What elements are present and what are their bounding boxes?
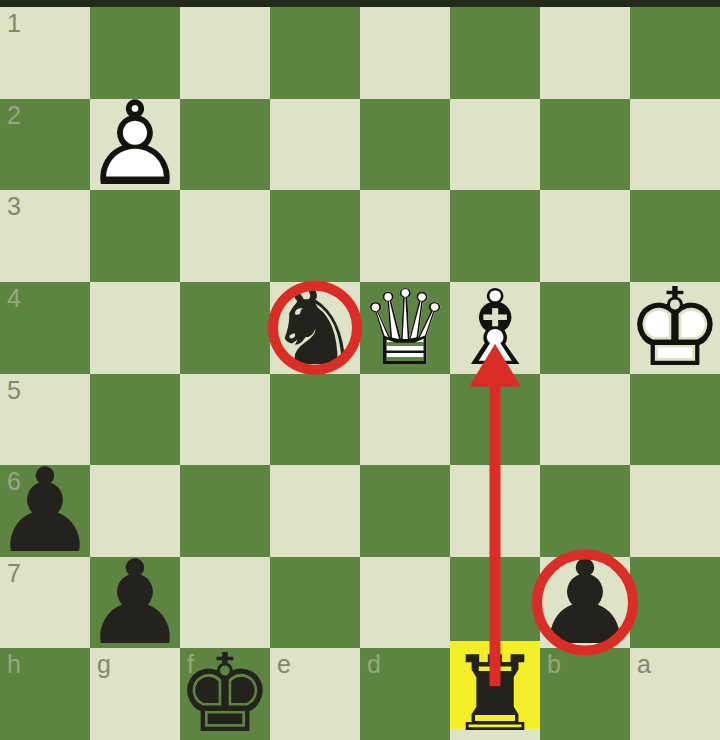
square-g2[interactable]: ♟♙ [90,99,180,191]
square-e6[interactable] [270,465,360,557]
square-c2[interactable] [450,99,540,191]
square-h4[interactable]: 4 [0,282,90,374]
square-b5[interactable] [540,374,630,466]
square-b3[interactable] [540,190,630,282]
square-d6[interactable] [360,465,450,557]
white-queen[interactable]: ♛♕ [360,282,450,374]
square-e7[interactable] [270,557,360,649]
square-a4[interactable]: ♚♔ [630,282,720,374]
square-h1[interactable]: 1 [0,7,90,99]
square-f2[interactable] [180,99,270,191]
black-king-glyph: ♚ [177,640,274,740]
file-label-d: d [367,651,381,679]
white-king[interactable]: ♚♔ [630,282,720,374]
chess-board: 12♟♙34♞♛♕♝♗♚♔56♟7♟♟hgf♚edc♜ba [0,7,720,740]
file-label-h: h [7,651,21,679]
black-knight[interactable]: ♞ [270,282,360,374]
square-g5[interactable] [90,374,180,466]
screen-edge-bar [0,0,720,7]
square-b4[interactable] [540,282,630,374]
black-pawn[interactable]: ♟ [0,465,90,557]
white-queen-outline: ♕ [358,276,451,380]
rank-label-3: 3 [7,193,21,221]
square-d1[interactable] [360,7,450,99]
square-d7[interactable] [360,557,450,649]
square-f6[interactable] [180,465,270,557]
square-a7[interactable] [630,557,720,649]
square-f8[interactable]: f♚ [180,648,270,740]
square-e8[interactable]: e [270,648,360,740]
square-g7[interactable]: ♟ [90,557,180,649]
rank-label-2: 2 [7,102,21,130]
black-pawn[interactable]: ♟ [90,557,180,649]
square-a6[interactable] [630,465,720,557]
chess-app-screen: 12♟♙34♞♛♕♝♗♚♔56♟7♟♟hgf♚edc♜ba [0,0,720,740]
square-a8[interactable]: a [630,648,720,740]
square-h6[interactable]: 6♟ [0,465,90,557]
square-e2[interactable] [270,99,360,191]
square-c6[interactable] [450,465,540,557]
square-a1[interactable] [630,7,720,99]
black-king[interactable]: ♚ [180,648,270,740]
square-e4[interactable]: ♞ [270,282,360,374]
white-bishop[interactable]: ♝♗ [450,282,540,374]
square-b1[interactable] [540,7,630,99]
rank-label-4: 4 [7,285,21,313]
square-h8[interactable]: h [0,648,90,740]
white-pawn-outline: ♙ [83,86,187,202]
white-bishop-outline: ♗ [448,276,541,380]
square-f4[interactable] [180,282,270,374]
square-d2[interactable] [360,99,450,191]
white-king-outline: ♔ [627,274,720,382]
square-g4[interactable] [90,282,180,374]
square-d4[interactable]: ♛♕ [360,282,450,374]
square-c8[interactable]: c♜ [450,648,540,740]
square-a2[interactable] [630,99,720,191]
square-f1[interactable] [180,7,270,99]
square-b2[interactable] [540,99,630,191]
square-f5[interactable] [180,374,270,466]
black-pawn[interactable]: ♟ [540,557,630,649]
black-knight-glyph: ♞ [267,275,362,381]
square-h3[interactable]: 3 [0,190,90,282]
black-pawn-glyph: ♟ [533,545,637,661]
black-rook[interactable]: ♜ [450,648,540,740]
rank-label-1: 1 [7,10,21,38]
square-d8[interactable]: d [360,648,450,740]
file-label-e: e [277,651,291,679]
file-label-a: a [637,651,651,679]
white-pawn[interactable]: ♟♙ [90,99,180,191]
square-h2[interactable]: 2 [0,99,90,191]
square-f3[interactable] [180,190,270,282]
square-c1[interactable] [450,7,540,99]
black-pawn-glyph: ♟ [83,545,187,661]
square-e1[interactable] [270,7,360,99]
black-rook-glyph: ♜ [448,642,541,740]
square-c4[interactable]: ♝♗ [450,282,540,374]
rank-label-5: 5 [7,377,21,405]
square-b7[interactable]: ♟ [540,557,630,649]
